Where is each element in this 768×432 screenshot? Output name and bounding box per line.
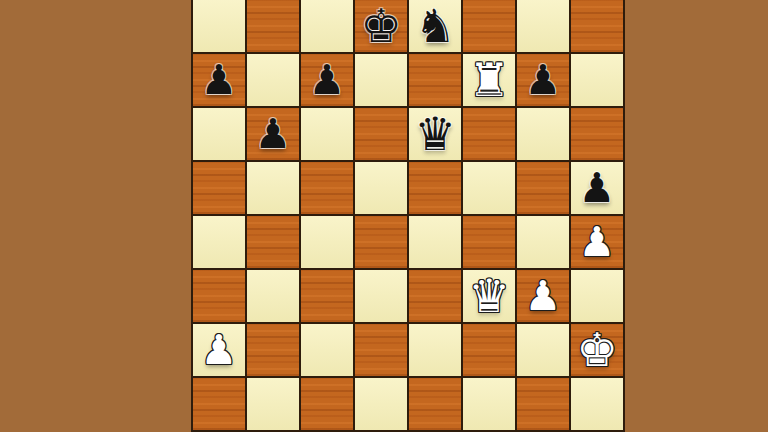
square-f7[interactable]: ♜	[463, 54, 515, 106]
square-h8[interactable]	[571, 0, 623, 52]
square-g8[interactable]	[517, 0, 569, 52]
square-h4[interactable]: ♟	[571, 216, 623, 268]
square-h6[interactable]	[571, 108, 623, 160]
square-h1[interactable]	[571, 378, 623, 430]
square-e3[interactable]	[409, 270, 461, 322]
page-background: ♚♞♟♟♜♟♟♛♟♟♛♟♟♚	[0, 0, 768, 432]
square-c2[interactable]	[301, 324, 353, 376]
square-a8[interactable]	[193, 0, 245, 52]
square-f8[interactable]	[463, 0, 515, 52]
square-d3[interactable]	[355, 270, 407, 322]
square-b7[interactable]	[247, 54, 299, 106]
black-pawn-h5: ♟	[579, 162, 616, 214]
square-b4[interactable]	[247, 216, 299, 268]
white-pawn-a2: ♟	[201, 324, 238, 376]
square-g6[interactable]	[517, 108, 569, 160]
square-g2[interactable]	[517, 324, 569, 376]
square-c4[interactable]	[301, 216, 353, 268]
square-f6[interactable]	[463, 108, 515, 160]
square-b1[interactable]	[247, 378, 299, 430]
chess-board: ♚♞♟♟♜♟♟♛♟♟♛♟♟♚	[191, 0, 625, 432]
square-g1[interactable]	[517, 378, 569, 430]
square-d4[interactable]	[355, 216, 407, 268]
square-h7[interactable]	[571, 54, 623, 106]
square-a6[interactable]	[193, 108, 245, 160]
square-c3[interactable]	[301, 270, 353, 322]
square-d2[interactable]	[355, 324, 407, 376]
square-d7[interactable]	[355, 54, 407, 106]
square-e5[interactable]	[409, 162, 461, 214]
square-b3[interactable]	[247, 270, 299, 322]
square-d8[interactable]: ♚	[355, 0, 407, 52]
black-pawn-c7: ♟	[309, 54, 346, 106]
black-pawn-a7: ♟	[201, 54, 238, 106]
black-pawn-b6: ♟	[255, 108, 292, 160]
square-b5[interactable]	[247, 162, 299, 214]
square-g5[interactable]	[517, 162, 569, 214]
square-e7[interactable]	[409, 54, 461, 106]
square-a7[interactable]: ♟	[193, 54, 245, 106]
square-e8[interactable]: ♞	[409, 0, 461, 52]
square-c8[interactable]	[301, 0, 353, 52]
square-f4[interactable]	[463, 216, 515, 268]
square-e6[interactable]: ♛	[409, 108, 461, 160]
black-king-d8: ♚	[360, 0, 401, 52]
square-g3[interactable]: ♟	[517, 270, 569, 322]
square-h3[interactable]	[571, 270, 623, 322]
square-a1[interactable]	[193, 378, 245, 430]
square-h5[interactable]: ♟	[571, 162, 623, 214]
square-e1[interactable]	[409, 378, 461, 430]
black-pawn-g7: ♟	[525, 54, 562, 106]
white-queen-f3: ♛	[468, 270, 509, 322]
square-f5[interactable]	[463, 162, 515, 214]
black-knight-e8: ♞	[414, 0, 455, 52]
square-e2[interactable]	[409, 324, 461, 376]
square-c6[interactable]	[301, 108, 353, 160]
square-b6[interactable]: ♟	[247, 108, 299, 160]
square-f1[interactable]	[463, 378, 515, 430]
square-h2[interactable]: ♚	[571, 324, 623, 376]
white-pawn-g3: ♟	[525, 270, 562, 322]
square-a4[interactable]	[193, 216, 245, 268]
square-f3[interactable]: ♛	[463, 270, 515, 322]
white-king-h2: ♚	[576, 324, 617, 376]
square-b2[interactable]	[247, 324, 299, 376]
square-a5[interactable]	[193, 162, 245, 214]
square-e4[interactable]	[409, 216, 461, 268]
square-c1[interactable]	[301, 378, 353, 430]
square-d6[interactable]	[355, 108, 407, 160]
square-c5[interactable]	[301, 162, 353, 214]
white-rook-f7: ♜	[468, 54, 509, 106]
square-b8[interactable]	[247, 0, 299, 52]
white-pawn-h4: ♟	[579, 216, 616, 268]
square-g4[interactable]	[517, 216, 569, 268]
square-c7[interactable]: ♟	[301, 54, 353, 106]
square-d1[interactable]	[355, 378, 407, 430]
square-g7[interactable]: ♟	[517, 54, 569, 106]
square-a3[interactable]	[193, 270, 245, 322]
square-a2[interactable]: ♟	[193, 324, 245, 376]
square-f2[interactable]	[463, 324, 515, 376]
square-d5[interactable]	[355, 162, 407, 214]
black-queen-e6: ♛	[414, 108, 455, 160]
